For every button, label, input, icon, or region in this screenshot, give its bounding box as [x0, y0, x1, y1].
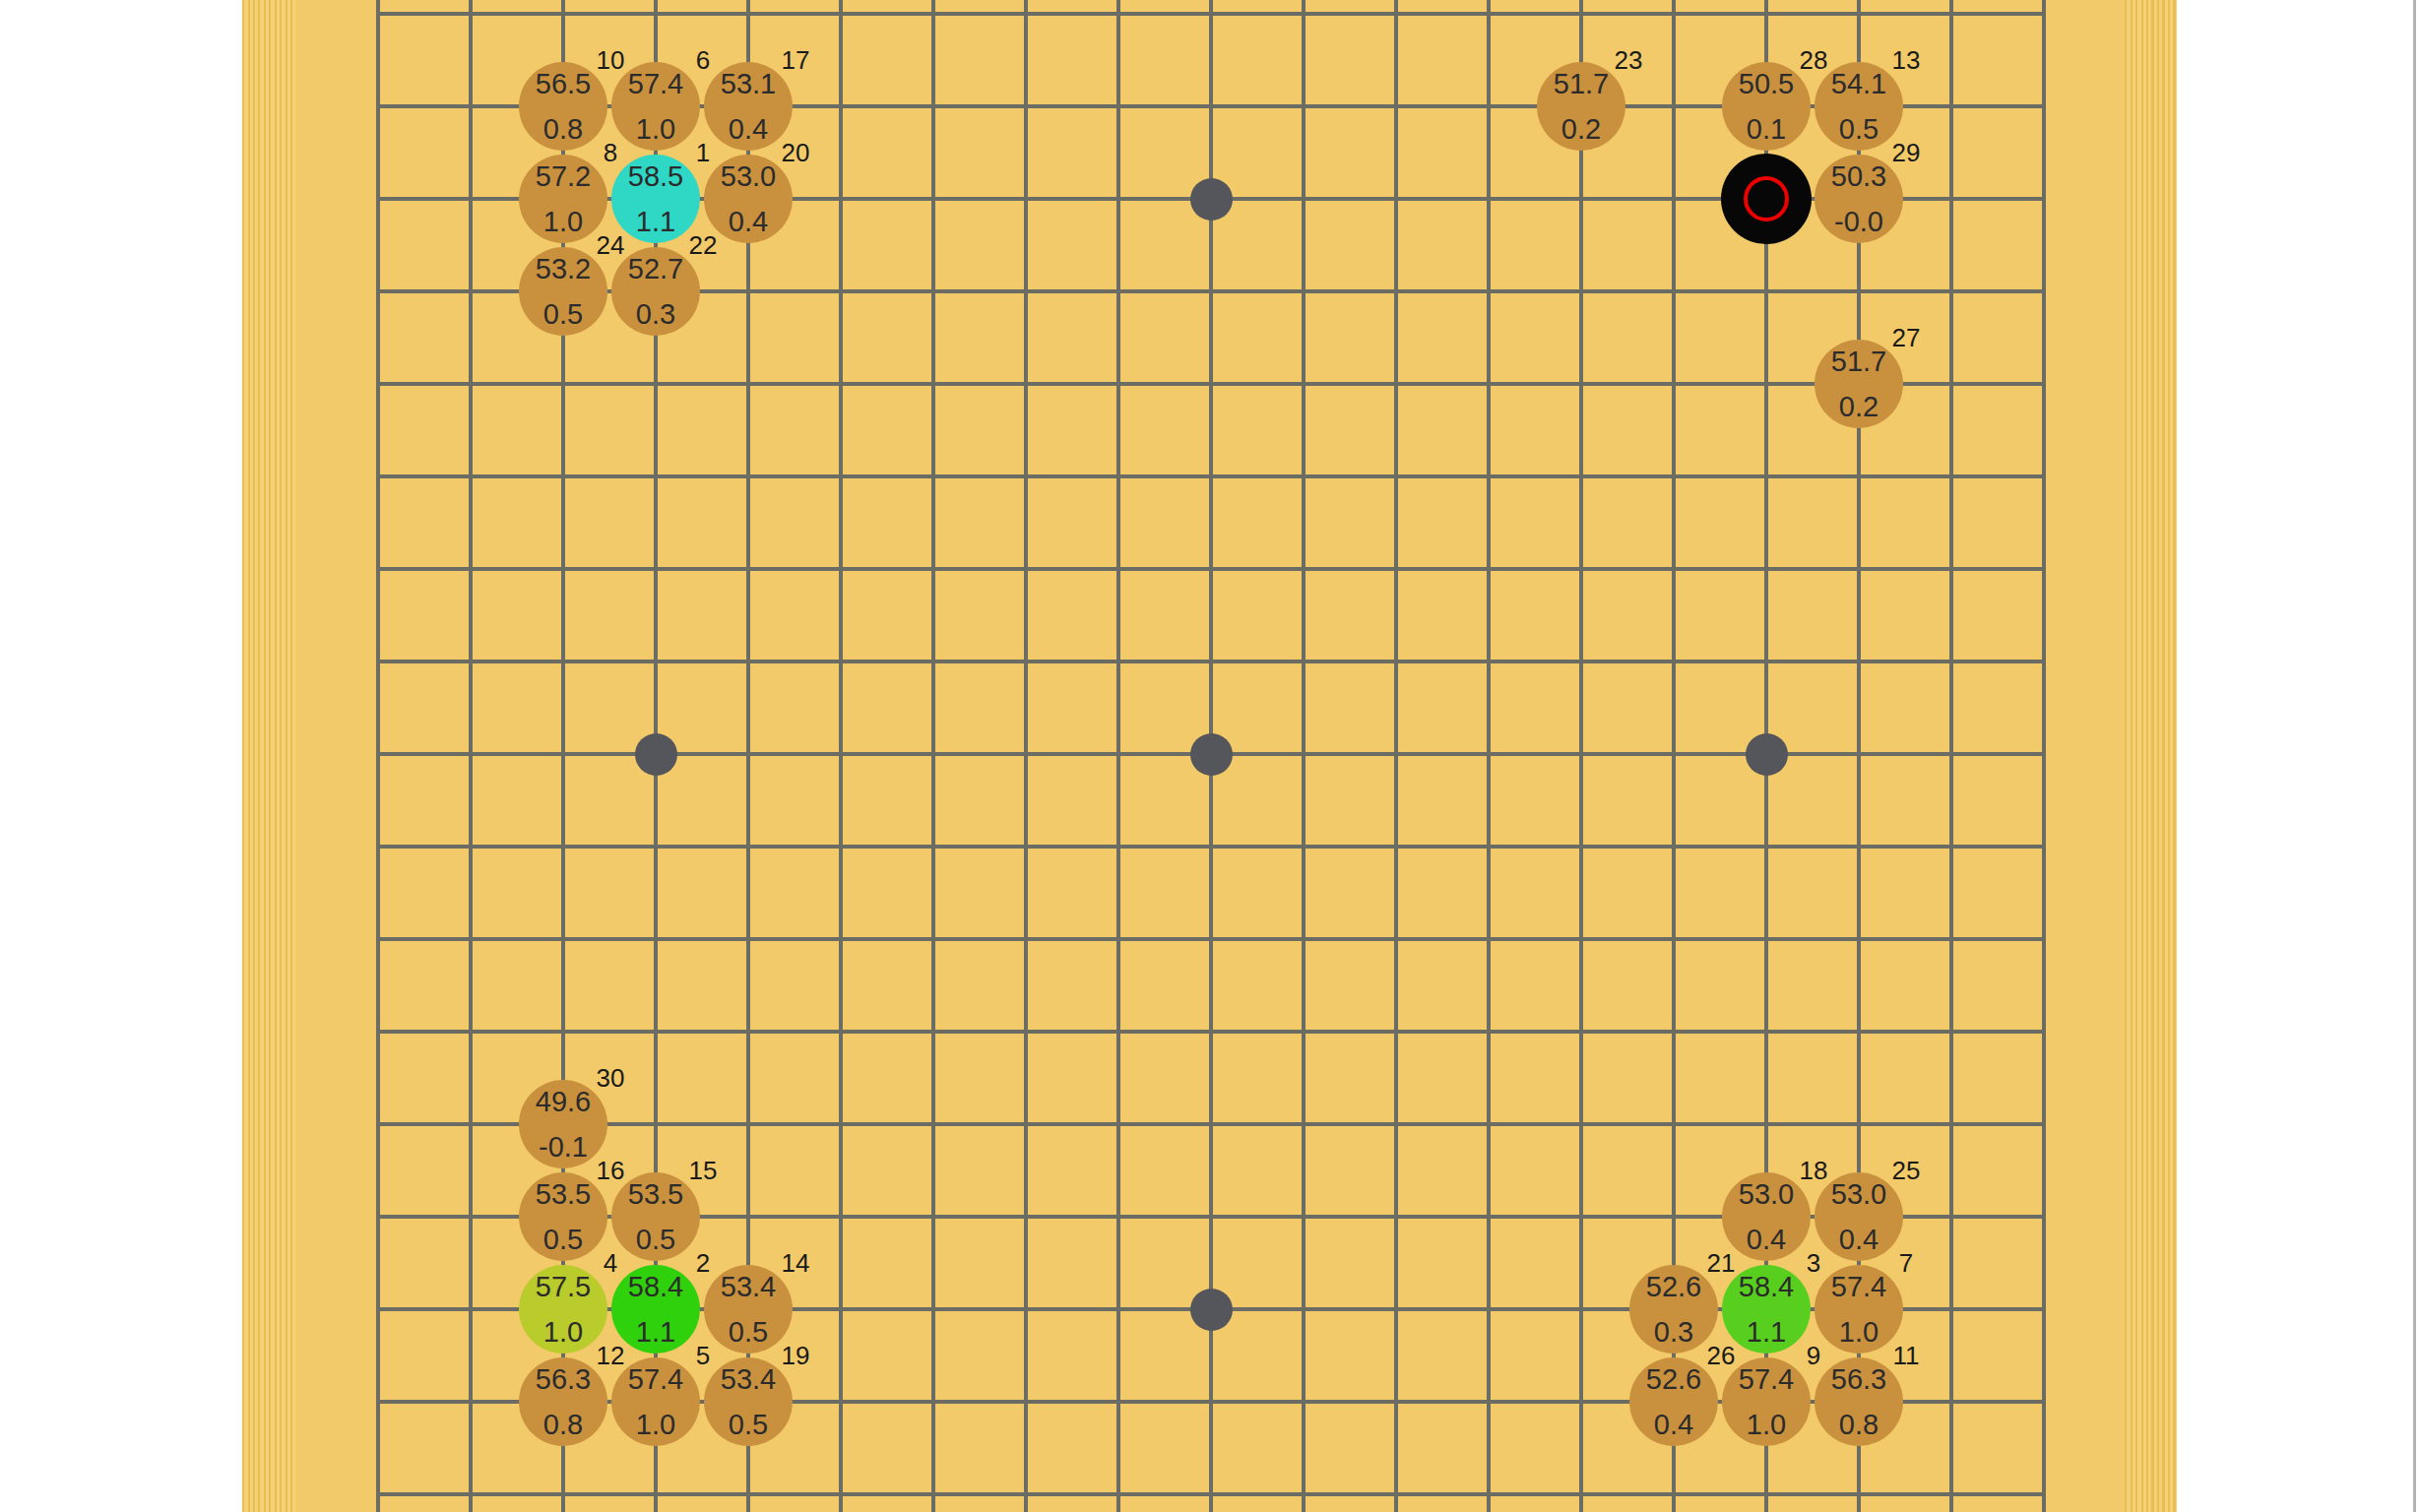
- candidate-winrate: 53.0: [1815, 1176, 1903, 1212]
- candidate-score: 0.5: [704, 1314, 793, 1350]
- candidate-move-Q4[interactable]: 58.41.13: [1722, 1265, 1811, 1354]
- candidate-score: 0.5: [1815, 111, 1903, 147]
- candidate-move-R3[interactable]: 56.30.811: [1815, 1357, 1903, 1446]
- candidate-winrate: 58.4: [611, 1269, 700, 1304]
- candidate-winrate: 53.5: [611, 1176, 700, 1212]
- candidate-move-D3[interactable]: 57.41.05: [611, 1357, 700, 1446]
- candidate-move-D5[interactable]: 53.50.515: [611, 1172, 700, 1261]
- candidate-move-P4[interactable]: 52.60.321: [1629, 1265, 1718, 1354]
- candidate-winrate: 57.4: [1722, 1361, 1811, 1397]
- star-point: [1746, 733, 1788, 776]
- candidate-score: 0.2: [1537, 111, 1625, 147]
- candidate-move-D15[interactable]: 52.70.322: [611, 247, 700, 336]
- candidate-winrate: 53.5: [519, 1176, 607, 1212]
- candidate-winrate: 50.3: [1815, 158, 1903, 194]
- candidate-move-R5[interactable]: 53.00.425: [1815, 1172, 1903, 1261]
- candidate-score: 0.4: [1722, 1222, 1811, 1257]
- candidate-winrate: 53.0: [704, 158, 793, 194]
- candidate-winrate: 53.4: [704, 1361, 793, 1397]
- candidate-rank: 23: [1615, 45, 1643, 76]
- candidate-winrate: 53.1: [704, 66, 793, 101]
- candidate-rank: 17: [782, 45, 810, 76]
- candidate-score: 0.5: [519, 1222, 607, 1257]
- candidate-winrate: 58.5: [611, 158, 700, 194]
- candidate-score: 1.0: [1815, 1314, 1903, 1350]
- candidate-move-D4[interactable]: 58.41.12: [611, 1265, 700, 1354]
- candidate-move-C4[interactable]: 57.51.04: [519, 1265, 607, 1354]
- candidate-rank: 30: [597, 1063, 625, 1094]
- candidate-score: 0.8: [1815, 1407, 1903, 1442]
- candidate-move-C6[interactable]: 49.6-0.130: [519, 1080, 607, 1168]
- candidate-winrate: 52.6: [1629, 1269, 1718, 1304]
- candidate-winrate: 54.1: [1815, 66, 1903, 101]
- window-edge-divider: [2413, 0, 2416, 1512]
- candidate-move-P3[interactable]: 52.60.426: [1629, 1357, 1718, 1446]
- candidate-move-E17[interactable]: 53.10.417: [704, 62, 793, 151]
- candidate-score: 0.4: [1815, 1222, 1903, 1257]
- candidate-rank: 27: [1892, 323, 1921, 353]
- candidate-winrate: 57.4: [1815, 1269, 1903, 1304]
- candidate-move-R14[interactable]: 51.70.227: [1815, 340, 1903, 428]
- candidate-move-D17[interactable]: 57.41.06: [611, 62, 700, 151]
- candidate-score: 0.3: [1629, 1314, 1718, 1350]
- candidate-winrate: 56.3: [1815, 1361, 1903, 1397]
- candidate-move-E4[interactable]: 53.40.514: [704, 1265, 793, 1354]
- candidate-move-Q3[interactable]: 57.41.09: [1722, 1357, 1811, 1446]
- black-stone-Q16: [1721, 154, 1812, 244]
- candidate-score: 0.5: [519, 296, 607, 332]
- candidate-winrate: 51.7: [1537, 66, 1625, 101]
- candidate-rank: 20: [782, 138, 810, 168]
- candidate-score: 1.0: [611, 111, 700, 147]
- candidate-score: 0.4: [704, 111, 793, 147]
- candidate-move-Q5[interactable]: 53.00.418: [1722, 1172, 1811, 1261]
- candidate-score: 1.0: [519, 1314, 607, 1350]
- candidate-move-O17[interactable]: 51.70.223: [1537, 62, 1625, 151]
- candidate-move-C3[interactable]: 56.30.812: [519, 1357, 607, 1446]
- candidate-winrate: 53.2: [519, 251, 607, 286]
- candidate-rank: 19: [782, 1341, 810, 1371]
- candidate-score: 1.0: [1722, 1407, 1811, 1442]
- candidate-move-C17[interactable]: 56.50.810: [519, 62, 607, 151]
- star-point: [1190, 178, 1233, 220]
- candidate-score: 0.8: [519, 1407, 607, 1442]
- candidate-score: 1.1: [611, 1314, 700, 1350]
- candidate-move-E3[interactable]: 53.40.519: [704, 1357, 793, 1446]
- candidate-score: 0.5: [611, 1222, 700, 1257]
- go-analysis-canvas: 56.50.81057.41.0653.10.41757.21.0858.51.…: [0, 0, 2420, 1512]
- candidate-winrate: 56.3: [519, 1361, 607, 1397]
- candidate-winrate: 57.5: [519, 1269, 607, 1304]
- candidate-winrate: 53.0: [1722, 1176, 1811, 1212]
- candidate-move-R17[interactable]: 54.10.513: [1815, 62, 1903, 151]
- candidate-score: 0.4: [704, 204, 793, 239]
- star-point: [1190, 1289, 1233, 1331]
- candidate-score: 0.4: [1629, 1407, 1718, 1442]
- candidate-winrate: 52.6: [1629, 1361, 1718, 1397]
- candidate-winrate: 57.4: [611, 66, 700, 101]
- candidate-score: 1.0: [519, 204, 607, 239]
- candidate-winrate: 57.4: [611, 1361, 700, 1397]
- candidate-winrate: 50.5: [1722, 66, 1811, 101]
- candidate-move-D16[interactable]: 58.51.11: [611, 155, 700, 243]
- candidate-score: 1.1: [1722, 1314, 1811, 1350]
- last-move-circle-icon: [1744, 176, 1789, 221]
- candidate-move-E16[interactable]: 53.00.420: [704, 155, 793, 243]
- candidate-winrate: 58.4: [1722, 1269, 1811, 1304]
- candidate-move-R16[interactable]: 50.3-0.029: [1815, 155, 1903, 243]
- candidate-score: 1.1: [611, 204, 700, 239]
- candidate-rank: 15: [689, 1156, 718, 1186]
- candidate-score: 0.2: [1815, 389, 1903, 424]
- candidate-winrate: 57.2: [519, 158, 607, 194]
- candidate-rank: 25: [1892, 1156, 1921, 1186]
- candidate-rank: 14: [782, 1248, 810, 1279]
- candidate-move-C5[interactable]: 53.50.516: [519, 1172, 607, 1261]
- candidate-rank: 13: [1892, 45, 1921, 76]
- candidate-score: 0.1: [1722, 111, 1811, 147]
- candidate-score: 0.5: [704, 1407, 793, 1442]
- candidate-score: 1.0: [611, 1407, 700, 1442]
- candidate-winrate: 56.5: [519, 66, 607, 101]
- candidate-rank: 7: [1899, 1248, 1913, 1279]
- candidate-score: -0.1: [519, 1129, 607, 1165]
- candidate-score: 0.8: [519, 111, 607, 147]
- candidate-winrate: 51.7: [1815, 344, 1903, 379]
- candidate-rank: 22: [689, 230, 718, 261]
- candidate-winrate: 52.7: [611, 251, 700, 286]
- candidate-rank: 29: [1892, 138, 1921, 168]
- candidate-move-R4[interactable]: 57.41.07: [1815, 1265, 1903, 1354]
- candidate-rank: 11: [1893, 1341, 1920, 1371]
- star-point: [635, 733, 677, 776]
- candidate-winrate: 53.4: [704, 1269, 793, 1304]
- candidate-score: 0.3: [611, 296, 700, 332]
- candidate-move-Q17[interactable]: 50.50.128: [1722, 62, 1811, 151]
- candidate-winrate: 49.6: [519, 1084, 607, 1119]
- candidate-score: -0.0: [1815, 204, 1903, 239]
- star-point: [1190, 733, 1233, 776]
- candidate-move-C15[interactable]: 53.20.524: [519, 247, 607, 336]
- candidate-move-C16[interactable]: 57.21.08: [519, 155, 607, 243]
